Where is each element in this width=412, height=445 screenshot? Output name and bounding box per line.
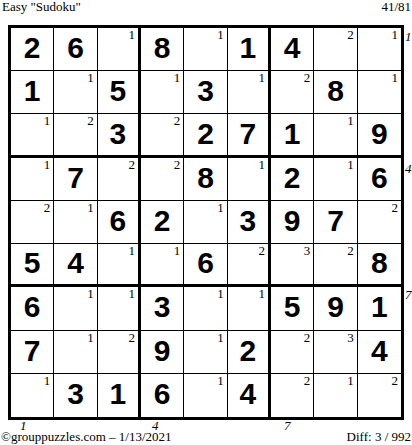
sudoku-cell-r8c5[interactable]: 1 <box>184 331 227 374</box>
sudoku-cell-r7c6[interactable]: 1 <box>228 287 271 330</box>
given-digit: 3 <box>67 379 84 409</box>
header: Easy "Sudoku" 41/81 <box>2 0 411 14</box>
sudoku-cell-r2c4[interactable]: 1 <box>141 71 184 114</box>
given-digit: 6 <box>67 33 84 63</box>
sudoku-cell-r5c7[interactable]: 9 <box>271 201 314 244</box>
pencil-mark: 1 <box>128 244 135 258</box>
pencil-mark: 1 <box>391 71 398 85</box>
pencil-mark: 1 <box>174 71 181 85</box>
sudoku-cell-r4c5[interactable]: 8 <box>184 158 227 201</box>
sudoku-cell-r2c6[interactable]: 1 <box>228 71 271 114</box>
sudoku-cell-r2c2[interactable]: 1 <box>54 71 97 114</box>
sudoku-cell-r8c8[interactable]: 3 <box>314 331 357 374</box>
sudoku-cell-r8c1[interactable]: 7 <box>11 331 54 374</box>
given-digit: 2 <box>239 336 256 366</box>
given-digit: 4 <box>284 33 301 63</box>
pencil-mark: 2 <box>304 374 311 388</box>
sudoku-cell-r1c5[interactable]: 1 <box>184 28 227 71</box>
given-digit: 2 <box>284 163 301 193</box>
sudoku-cell-r9c2[interactable]: 3 <box>54 374 97 417</box>
sudoku-cell-r6c8[interactable]: 2 <box>314 244 357 287</box>
given-digit: 2 <box>154 206 171 236</box>
pencil-mark: 1 <box>217 331 224 345</box>
sudoku-cell-r6c3[interactable]: 1 <box>98 244 141 287</box>
given-digit: 3 <box>239 206 256 236</box>
difficulty-text: Diff: 3 / 992 <box>347 429 411 444</box>
given-digit: 1 <box>24 76 41 106</box>
sudoku-cell-r2c9[interactable]: 1 <box>358 71 401 114</box>
page-title: Easy "Sudoku" <box>2 0 81 14</box>
sudoku-cell-r1c8[interactable]: 2 <box>314 28 357 71</box>
pencil-mark: 2 <box>304 331 311 345</box>
given-digit: 6 <box>24 292 41 322</box>
given-digit: 1 <box>284 119 301 149</box>
sudoku-cell-r5c3[interactable]: 6 <box>98 201 141 244</box>
pencil-mark: 1 <box>44 158 51 172</box>
sudoku-cell-r8c4[interactable]: 9 <box>141 331 184 374</box>
pencil-mark: 1 <box>44 114 51 128</box>
sudoku-cell-r4c3[interactable]: 2 <box>98 158 141 201</box>
sudoku-cell-r6c1[interactable]: 5 <box>11 244 54 287</box>
sudoku-cell-r3c9[interactable]: 9 <box>358 114 401 157</box>
sudoku-cell-r4c6[interactable]: 1 <box>228 158 271 201</box>
given-digit: 6 <box>154 379 171 409</box>
sudoku-cell-r7c3[interactable]: 1 <box>98 287 141 330</box>
given-digit: 4 <box>371 336 388 366</box>
sudoku-cell-r2c5[interactable]: 3 <box>184 71 227 114</box>
pencil-mark: 2 <box>391 201 398 215</box>
sudoku-cell-r9c3[interactable]: 1 <box>98 374 141 417</box>
pencil-mark: 3 <box>347 331 354 345</box>
sudoku-cell-r3c8[interactable]: 1 <box>314 114 357 157</box>
given-digit: 8 <box>371 248 388 278</box>
pencil-mark: 1 <box>347 374 354 388</box>
copyright-text: ©grouppuzzles.com – 1/13/2021 <box>1 429 172 444</box>
sudoku-cell-r5c9[interactable]: 2 <box>358 201 401 244</box>
sudoku-cell-r3c6[interactable]: 7 <box>228 114 271 157</box>
pencil-mark: 1 <box>217 374 224 388</box>
sudoku-cell-r9c1[interactable]: 1 <box>11 374 54 417</box>
sudoku-cell-r9c4[interactable]: 6 <box>141 374 184 417</box>
pencil-mark: 1 <box>258 71 265 85</box>
sudoku-cell-r6c7[interactable]: 3 <box>271 244 314 287</box>
sudoku-cell-r4c8[interactable]: 1 <box>314 158 357 201</box>
sudoku-cell-r3c2[interactable]: 2 <box>54 114 97 157</box>
pencil-mark: 1 <box>217 201 224 215</box>
given-digit: 2 <box>197 119 214 149</box>
given-digit: 5 <box>24 248 41 278</box>
given-digit: 3 <box>154 292 171 322</box>
given-digit: 1 <box>239 33 256 63</box>
pencil-mark: 1 <box>87 287 94 301</box>
sudoku-cell-r7c1[interactable]: 6 <box>11 287 54 330</box>
pencil-mark: 2 <box>174 114 181 128</box>
pencil-mark: 2 <box>87 114 94 128</box>
given-digit: 9 <box>154 336 171 366</box>
sudoku-cell-r3c1[interactable]: 1 <box>11 114 54 157</box>
pencil-mark: 1 <box>87 331 94 345</box>
pencil-mark: 1 <box>128 287 135 301</box>
sudoku-cell-r9c6[interactable]: 4 <box>228 374 271 417</box>
given-digit: 9 <box>284 206 301 236</box>
given-digit: 1 <box>109 379 126 409</box>
pencil-mark: 2 <box>128 158 135 172</box>
sudoku-cell-r3c4[interactable]: 2 <box>141 114 184 157</box>
sudoku-cell-r4c7[interactable]: 2 <box>271 158 314 201</box>
sudoku-cell-r5c1[interactable]: 2 <box>11 201 54 244</box>
pencil-mark: 1 <box>347 158 354 172</box>
pencil-mark: 1 <box>347 114 354 128</box>
pencil-mark: 1 <box>128 28 135 42</box>
sudoku-cell-r1c3[interactable]: 1 <box>98 28 141 71</box>
sudoku-cell-r6c4[interactable]: 1 <box>141 244 184 287</box>
sudoku-cell-r7c4[interactable]: 3 <box>141 287 184 330</box>
given-digit: 6 <box>197 248 214 278</box>
sudoku-cell-r6c9[interactable]: 8 <box>358 244 401 287</box>
sudoku-cell-r4c9[interactable]: 6 <box>358 158 401 201</box>
given-digit: 1 <box>371 292 388 322</box>
sudoku-cell-r2c3[interactable]: 5 <box>98 71 141 114</box>
sudoku-cell-r3c7[interactable]: 1 <box>271 114 314 157</box>
given-digit: 5 <box>284 292 301 322</box>
pencil-mark: 2 <box>128 331 135 345</box>
sudoku-cell-r1c9[interactable]: 1 <box>358 28 401 71</box>
given-digit: 8 <box>154 33 171 63</box>
pencil-mark: 1 <box>217 28 224 42</box>
sudoku-cell-r8c2[interactable]: 1 <box>54 331 97 374</box>
row-band-marker-1: 1 <box>405 30 412 44</box>
progress-counter: 41/81 <box>381 0 411 14</box>
sudoku-cell-r7c5[interactable]: 1 <box>184 287 227 330</box>
given-digit: 5 <box>109 76 126 106</box>
pencil-mark: 1 <box>258 287 265 301</box>
sudoku-cell-r7c7[interactable]: 5 <box>271 287 314 330</box>
given-digit: 4 <box>67 248 84 278</box>
given-digit: 4 <box>239 379 256 409</box>
sudoku-cell-r7c2[interactable]: 1 <box>54 287 97 330</box>
row-band-marker-7: 7 <box>405 288 412 302</box>
given-digit: 6 <box>109 206 126 236</box>
sudoku-cell-r7c9[interactable]: 1 <box>358 287 401 330</box>
sudoku-cell-r5c5[interactable]: 1 <box>184 201 227 244</box>
pencil-mark: 2 <box>391 374 398 388</box>
given-digit: 9 <box>327 292 344 322</box>
sudoku-cell-r3c3[interactable]: 3 <box>98 114 141 157</box>
given-digit: 6 <box>371 163 388 193</box>
pencil-mark: 2 <box>304 71 311 85</box>
pencil-mark: 1 <box>258 158 265 172</box>
sudoku-cell-r5c2[interactable]: 1 <box>54 201 97 244</box>
sudoku-board: 2618114211151312811232271191722812162162… <box>8 25 404 420</box>
sudoku-cell-r1c1[interactable]: 2 <box>11 28 54 71</box>
pencil-mark: 1 <box>174 244 181 258</box>
sudoku-cell-r4c2[interactable]: 7 <box>54 158 97 201</box>
pencil-mark: 3 <box>304 244 311 258</box>
sudoku-cell-r6c6[interactable]: 2 <box>228 244 271 287</box>
sudoku-page: Easy "Sudoku" 41/81 26181142111513128112… <box>0 0 412 445</box>
sudoku-cell-r1c2[interactable]: 6 <box>54 28 97 71</box>
given-digit: 2 <box>24 33 41 63</box>
sudoku-cell-r1c6[interactable]: 1 <box>228 28 271 71</box>
given-digit: 7 <box>239 119 256 149</box>
sudoku-cell-r1c7[interactable]: 4 <box>271 28 314 71</box>
row-band-marker-4: 4 <box>405 162 412 176</box>
pencil-mark: 1 <box>391 28 398 42</box>
given-digit: 7 <box>67 163 84 193</box>
pencil-mark: 2 <box>347 244 354 258</box>
sudoku-cell-r7c8[interactable]: 9 <box>314 287 357 330</box>
sudoku-cell-r9c9[interactable]: 2 <box>358 374 401 417</box>
given-digit: 3 <box>109 119 126 149</box>
given-digit: 8 <box>197 163 214 193</box>
sudoku-cell-r8c9[interactable]: 4 <box>358 331 401 374</box>
pencil-mark: 1 <box>87 71 94 85</box>
sudoku-cell-r6c5[interactable]: 6 <box>184 244 227 287</box>
sudoku-cell-r2c8[interactable]: 8 <box>314 71 357 114</box>
pencil-mark: 2 <box>44 201 51 215</box>
pencil-mark: 1 <box>87 201 94 215</box>
sudoku-cell-r3c5[interactable]: 2 <box>184 114 227 157</box>
pencil-mark: 1 <box>44 374 51 388</box>
sudoku-cell-r9c8[interactable]: 1 <box>314 374 357 417</box>
given-digit: 9 <box>371 119 388 149</box>
pencil-mark: 2 <box>174 158 181 172</box>
sudoku-cell-r8c7[interactable]: 2 <box>271 331 314 374</box>
sudoku-cell-r9c7[interactable]: 2 <box>271 374 314 417</box>
sudoku-cell-r2c1[interactable]: 1 <box>11 71 54 114</box>
given-digit: 8 <box>327 76 344 106</box>
sudoku-cell-r5c4[interactable]: 2 <box>141 201 184 244</box>
sudoku-cell-r2c7[interactable]: 2 <box>271 71 314 114</box>
sudoku-cell-r4c1[interactable]: 1 <box>11 158 54 201</box>
sudoku-cell-r8c6[interactable]: 2 <box>228 331 271 374</box>
footer: ©grouppuzzles.com – 1/13/2021 Diff: 3 / … <box>1 429 411 444</box>
sudoku-cell-r5c8[interactable]: 7 <box>314 201 357 244</box>
given-digit: 3 <box>197 76 214 106</box>
sudoku-cell-r1c4[interactable]: 8 <box>141 28 184 71</box>
pencil-mark: 2 <box>347 28 354 42</box>
given-digit: 7 <box>24 336 41 366</box>
pencil-mark: 1 <box>217 287 224 301</box>
pencil-mark: 2 <box>258 244 265 258</box>
sudoku-cell-r6c2[interactable]: 4 <box>54 244 97 287</box>
sudoku-cell-r4c4[interactable]: 2 <box>141 158 184 201</box>
sudoku-cell-r5c6[interactable]: 3 <box>228 201 271 244</box>
sudoku-cell-r9c5[interactable]: 1 <box>184 374 227 417</box>
given-digit: 7 <box>327 206 344 236</box>
sudoku-cell-r8c3[interactable]: 2 <box>98 331 141 374</box>
